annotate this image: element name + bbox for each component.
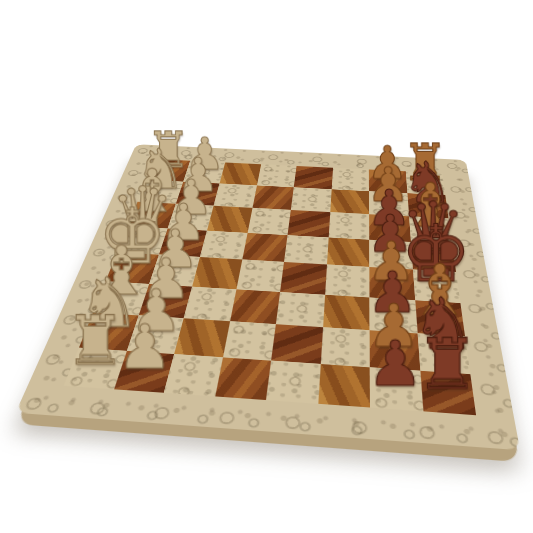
square-g3[interactable] <box>174 318 229 357</box>
square-e6[interactable] <box>325 264 370 297</box>
square-h8[interactable]: ♜ <box>420 370 476 415</box>
board-frame: ♜♟♟♜♞♟♟♞♝♟♟♝♛♟♟♛♚♟♟♚♝♟♟♝♞♟♟♞♜♟♟♜ <box>16 144 521 450</box>
square-e3[interactable] <box>192 257 242 289</box>
chessboard-photo-scene: ♜♟♟♜♞♟♟♞♝♟♟♝♛♟♟♛♚♟♟♚♝♟♟♝♞♟♟♞♜♟♟♜ <box>0 0 533 533</box>
square-d4[interactable] <box>242 233 288 262</box>
square-c4[interactable] <box>247 208 291 235</box>
square-h7[interactable]: ♟ <box>370 367 423 411</box>
square-h4[interactable] <box>215 357 272 400</box>
square-g5[interactable] <box>271 324 322 363</box>
square-d6[interactable] <box>327 237 370 267</box>
square-b3[interactable] <box>214 183 257 208</box>
square-g6[interactable] <box>320 327 370 367</box>
square-f6[interactable] <box>323 294 370 330</box>
square-a5[interactable] <box>294 166 333 189</box>
square-c6[interactable] <box>328 212 369 239</box>
square-h6[interactable] <box>318 364 370 408</box>
square-h5[interactable] <box>266 360 320 404</box>
square-b5[interactable] <box>291 187 331 212</box>
board-grid: ♜♟♟♜♞♟♟♞♝♟♟♝♛♟♟♛♚♟♟♚♝♟♟♝♞♟♟♞♜♟♟♜ <box>64 159 476 415</box>
square-e4[interactable] <box>236 260 284 292</box>
piece-white-pawn[interactable]: ♟ <box>117 316 172 377</box>
square-c3[interactable] <box>207 206 252 233</box>
square-f4[interactable] <box>230 289 281 324</box>
square-h3[interactable] <box>164 354 223 397</box>
square-e5[interactable] <box>280 262 326 294</box>
square-a6[interactable] <box>331 168 369 191</box>
piece-black-rook[interactable]: ♜ <box>416 329 479 399</box>
square-c5[interactable] <box>288 210 330 237</box>
square-f5[interactable] <box>276 292 325 328</box>
square-a4[interactable] <box>257 164 297 187</box>
square-d5[interactable] <box>284 235 328 265</box>
square-a3[interactable] <box>220 162 261 185</box>
chess-board: ♜♟♟♜♞♟♟♞♝♟♟♝♛♟♟♛♚♟♟♚♝♟♟♝♞♟♟♞♜♟♟♜ <box>16 144 521 450</box>
square-b6[interactable] <box>330 189 369 214</box>
square-b4[interactable] <box>252 185 294 210</box>
square-g4[interactable] <box>222 321 275 360</box>
square-f3[interactable] <box>184 286 236 321</box>
square-d3[interactable] <box>200 230 247 259</box>
